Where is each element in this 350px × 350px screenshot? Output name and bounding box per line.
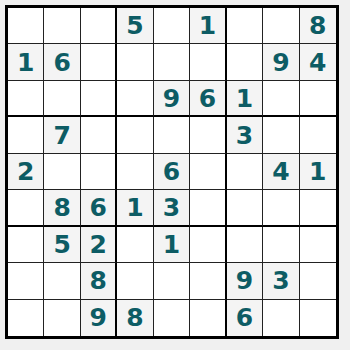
cell-r4c3[interactable]: [81, 117, 117, 153]
cell-r6c9[interactable]: [300, 190, 336, 226]
cell-r2c1: 1: [8, 44, 44, 80]
cell-r8c2[interactable]: [44, 263, 80, 299]
cell-r5c5: 6: [154, 154, 190, 190]
cell-r5c3[interactable]: [81, 154, 117, 190]
cell-r4c4[interactable]: [117, 117, 153, 153]
cell-r4c1[interactable]: [8, 117, 44, 153]
cell-r3c8[interactable]: [263, 81, 299, 117]
cell-r3c3[interactable]: [81, 81, 117, 117]
cell-r7c4[interactable]: [117, 227, 153, 263]
cell-r5c7[interactable]: [227, 154, 263, 190]
cell-r5c2[interactable]: [44, 154, 80, 190]
cell-r8c6[interactable]: [190, 263, 226, 299]
cell-r2c8: 9: [263, 44, 299, 80]
cell-r1c5[interactable]: [154, 8, 190, 44]
cell-r1c6: 1: [190, 8, 226, 44]
cell-r2c2: 6: [44, 44, 80, 80]
cell-r7c6[interactable]: [190, 227, 226, 263]
cell-r3c5: 9: [154, 81, 190, 117]
cell-r7c8[interactable]: [263, 227, 299, 263]
cell-r2c4[interactable]: [117, 44, 153, 80]
cell-r9c9[interactable]: [300, 300, 336, 336]
cell-r3c2[interactable]: [44, 81, 80, 117]
cell-r8c4[interactable]: [117, 263, 153, 299]
cell-r2c5[interactable]: [154, 44, 190, 80]
cell-r3c1[interactable]: [8, 81, 44, 117]
cell-r1c8[interactable]: [263, 8, 299, 44]
cell-r1c2[interactable]: [44, 8, 80, 44]
cell-r1c7[interactable]: [227, 8, 263, 44]
cell-r5c8: 4: [263, 154, 299, 190]
cell-r8c1[interactable]: [8, 263, 44, 299]
cell-r7c3: 2: [81, 227, 117, 263]
cell-r9c6[interactable]: [190, 300, 226, 336]
cell-r2c7[interactable]: [227, 44, 263, 80]
cell-r6c6[interactable]: [190, 190, 226, 226]
cell-r7c1[interactable]: [8, 227, 44, 263]
cell-r4c5[interactable]: [154, 117, 190, 153]
cell-r1c3[interactable]: [81, 8, 117, 44]
cell-r9c8[interactable]: [263, 300, 299, 336]
cell-r6c5: 3: [154, 190, 190, 226]
cell-r9c7: 6: [227, 300, 263, 336]
cell-r1c9: 8: [300, 8, 336, 44]
cell-r6c8[interactable]: [263, 190, 299, 226]
cell-r9c4: 8: [117, 300, 153, 336]
cell-r8c5[interactable]: [154, 263, 190, 299]
cell-r9c5[interactable]: [154, 300, 190, 336]
cell-r4c7: 3: [227, 117, 263, 153]
cell-r2c6[interactable]: [190, 44, 226, 80]
cell-r8c3: 8: [81, 263, 117, 299]
cell-r6c1[interactable]: [8, 190, 44, 226]
cell-r9c3: 9: [81, 300, 117, 336]
cell-r3c7: 1: [227, 81, 263, 117]
cell-r9c1[interactable]: [8, 300, 44, 336]
cell-r8c7: 9: [227, 263, 263, 299]
cell-r1c1[interactable]: [8, 8, 44, 44]
cell-r7c5: 1: [154, 227, 190, 263]
cell-r6c4: 1: [117, 190, 153, 226]
cell-r5c9: 1: [300, 154, 336, 190]
cell-r4c6[interactable]: [190, 117, 226, 153]
cell-r5c1: 2: [8, 154, 44, 190]
cell-r9c2[interactable]: [44, 300, 80, 336]
cell-r7c9[interactable]: [300, 227, 336, 263]
cell-r4c9[interactable]: [300, 117, 336, 153]
cell-r8c9[interactable]: [300, 263, 336, 299]
cell-r3c4[interactable]: [117, 81, 153, 117]
cell-r6c2: 8: [44, 190, 80, 226]
cell-r5c4[interactable]: [117, 154, 153, 190]
cell-r2c3[interactable]: [81, 44, 117, 80]
cell-r4c8[interactable]: [263, 117, 299, 153]
cell-r6c3: 6: [81, 190, 117, 226]
cell-r2c9: 4: [300, 44, 336, 80]
cell-r3c6: 6: [190, 81, 226, 117]
cell-r3c9[interactable]: [300, 81, 336, 117]
cell-r7c2: 5: [44, 227, 80, 263]
cell-r8c8: 3: [263, 263, 299, 299]
cell-r5c6[interactable]: [190, 154, 226, 190]
cell-r1c4: 5: [117, 8, 153, 44]
cell-r7c7[interactable]: [227, 227, 263, 263]
cell-r4c2: 7: [44, 117, 80, 153]
sudoku-board: 51816949617326418613521893986: [5, 5, 339, 339]
cell-r6c7[interactable]: [227, 190, 263, 226]
